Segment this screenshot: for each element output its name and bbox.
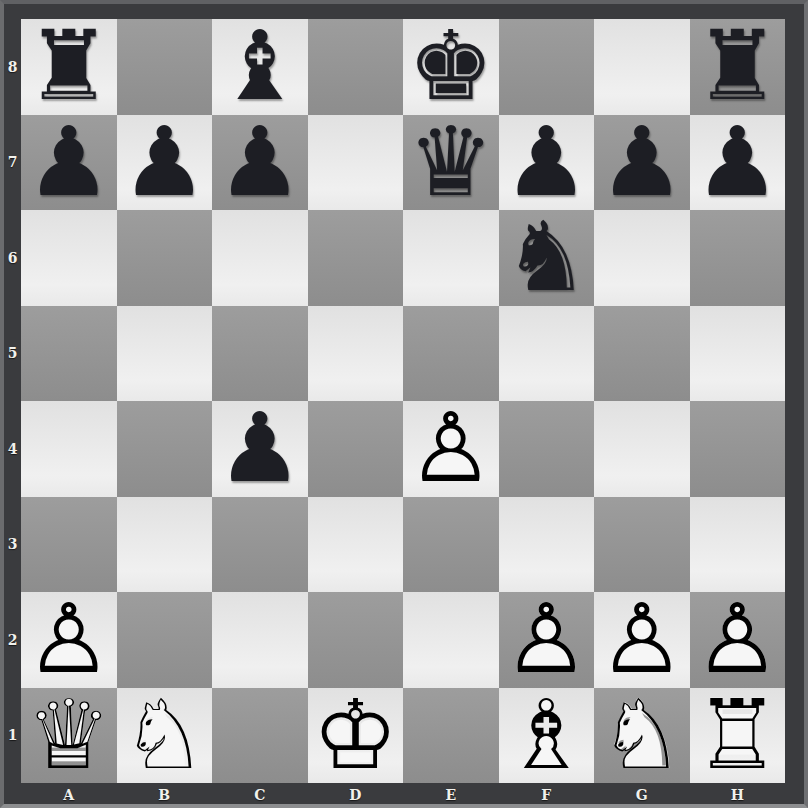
white-piece-outline: ♙ <box>499 592 595 688</box>
white-pawn[interactable]: ♟♙ <box>21 592 117 688</box>
square-a8[interactable]: ♜ <box>21 19 117 115</box>
square-a4[interactable] <box>21 401 117 497</box>
file-label-c: C <box>212 785 308 804</box>
square-b8[interactable] <box>117 19 213 115</box>
rank-label-6: 6 <box>4 210 21 306</box>
rank-label-8: 8 <box>4 19 21 115</box>
black-piece-glyph: ♜ <box>690 19 786 115</box>
white-rook[interactable]: ♜♖ <box>690 688 786 784</box>
square-f4[interactable] <box>499 401 595 497</box>
white-piece-outline: ♕ <box>21 688 117 784</box>
square-d8[interactable] <box>308 19 404 115</box>
square-e2[interactable] <box>403 592 499 688</box>
black-pawn[interactable]: ♟ <box>117 115 213 211</box>
black-rook[interactable]: ♜ <box>690 19 786 115</box>
square-d4[interactable] <box>308 401 404 497</box>
square-a2[interactable]: ♟♙ <box>21 592 117 688</box>
black-pawn[interactable]: ♟ <box>21 115 117 211</box>
square-e3[interactable] <box>403 497 499 593</box>
square-h5[interactable] <box>690 306 786 402</box>
white-queen[interactable]: ♛♕ <box>21 688 117 784</box>
square-a3[interactable] <box>21 497 117 593</box>
white-pawn[interactable]: ♟♙ <box>690 592 786 688</box>
white-king[interactable]: ♚♔ <box>308 688 404 784</box>
square-f8[interactable] <box>499 19 595 115</box>
rank-label-1: 1 <box>4 688 21 784</box>
file-label-e: E <box>403 785 499 804</box>
square-g6[interactable] <box>594 210 690 306</box>
white-pawn[interactable]: ♟♙ <box>594 592 690 688</box>
square-h8[interactable]: ♜ <box>690 19 786 115</box>
square-d5[interactable] <box>308 306 404 402</box>
rank-labels: 87654321 <box>4 19 21 783</box>
square-e5[interactable] <box>403 306 499 402</box>
square-b4[interactable] <box>117 401 213 497</box>
square-d2[interactable] <box>308 592 404 688</box>
square-h2[interactable]: ♟♙ <box>690 592 786 688</box>
white-piece-outline: ♘ <box>117 688 213 784</box>
square-g3[interactable] <box>594 497 690 593</box>
file-label-h: H <box>690 785 786 804</box>
white-piece-outline: ♘ <box>594 688 690 784</box>
black-king[interactable]: ♚ <box>403 19 499 115</box>
white-piece-outline: ♙ <box>21 592 117 688</box>
black-piece-glyph: ♝ <box>212 19 308 115</box>
chess-board-frame: 87654321 ♜♝♚♜♟♟♟♛♟♟♟♞♟♟♙♟♙♟♙♟♙♟♙♛♕♞♘♚♔♝♗… <box>0 0 808 808</box>
black-piece-glyph: ♟ <box>21 115 117 211</box>
square-b1[interactable]: ♞♘ <box>117 688 213 784</box>
black-pawn[interactable]: ♟ <box>499 115 595 211</box>
black-piece-glyph: ♟ <box>499 115 595 211</box>
square-b3[interactable] <box>117 497 213 593</box>
file-label-d: D <box>308 785 404 804</box>
file-label-a: A <box>21 785 117 804</box>
black-piece-glyph: ♟ <box>212 115 308 211</box>
square-h7[interactable]: ♟ <box>690 115 786 211</box>
white-pawn[interactable]: ♟♙ <box>403 401 499 497</box>
square-d6[interactable] <box>308 210 404 306</box>
black-knight[interactable]: ♞ <box>499 210 595 306</box>
white-pawn[interactable]: ♟♙ <box>499 592 595 688</box>
black-piece-glyph: ♟ <box>594 115 690 211</box>
square-f2[interactable]: ♟♙ <box>499 592 595 688</box>
square-c2[interactable] <box>212 592 308 688</box>
square-d7[interactable] <box>308 115 404 211</box>
white-piece-outline: ♗ <box>499 688 595 784</box>
chess-board: ♜♝♚♜♟♟♟♛♟♟♟♞♟♟♙♟♙♟♙♟♙♟♙♛♕♞♘♚♔♝♗♞♘♜♖ <box>21 19 785 783</box>
black-piece-glyph: ♟ <box>117 115 213 211</box>
square-e7[interactable]: ♛ <box>403 115 499 211</box>
file-label-g: G <box>594 785 690 804</box>
rank-label-5: 5 <box>4 306 21 402</box>
square-e8[interactable]: ♚ <box>403 19 499 115</box>
square-f1[interactable]: ♝♗ <box>499 688 595 784</box>
white-knight[interactable]: ♞♘ <box>117 688 213 784</box>
black-pawn[interactable]: ♟ <box>690 115 786 211</box>
square-a5[interactable] <box>21 306 117 402</box>
rank-label-2: 2 <box>4 592 21 688</box>
square-g7[interactable]: ♟ <box>594 115 690 211</box>
square-e1[interactable] <box>403 688 499 784</box>
square-f3[interactable] <box>499 497 595 593</box>
black-piece-glyph: ♞ <box>499 210 595 306</box>
white-knight[interactable]: ♞♘ <box>594 688 690 784</box>
black-piece-glyph: ♛ <box>403 115 499 211</box>
white-piece-outline: ♙ <box>403 401 499 497</box>
square-d3[interactable] <box>308 497 404 593</box>
black-rook[interactable]: ♜ <box>21 19 117 115</box>
square-f6[interactable]: ♞ <box>499 210 595 306</box>
square-b2[interactable] <box>117 592 213 688</box>
square-g2[interactable]: ♟♙ <box>594 592 690 688</box>
square-a7[interactable]: ♟ <box>21 115 117 211</box>
square-e4[interactable]: ♟♙ <box>403 401 499 497</box>
black-pawn[interactable]: ♟ <box>212 401 308 497</box>
square-f7[interactable]: ♟ <box>499 115 595 211</box>
square-c6[interactable] <box>212 210 308 306</box>
rank-label-4: 4 <box>4 401 21 497</box>
black-piece-glyph: ♟ <box>690 115 786 211</box>
square-a1[interactable]: ♛♕ <box>21 688 117 784</box>
square-h4[interactable] <box>690 401 786 497</box>
square-c8[interactable]: ♝ <box>212 19 308 115</box>
white-piece-outline: ♔ <box>308 688 404 784</box>
square-g4[interactable] <box>594 401 690 497</box>
rank-label-3: 3 <box>4 497 21 593</box>
square-c1[interactable] <box>212 688 308 784</box>
file-label-b: B <box>117 785 213 804</box>
square-g5[interactable] <box>594 306 690 402</box>
square-d1[interactable]: ♚♔ <box>308 688 404 784</box>
file-labels: ABCDEFGH <box>21 785 785 804</box>
square-g1[interactable]: ♞♘ <box>594 688 690 784</box>
square-c3[interactable] <box>212 497 308 593</box>
file-label-f: F <box>499 785 595 804</box>
square-h1[interactable]: ♜♖ <box>690 688 786 784</box>
black-bishop[interactable]: ♝ <box>212 19 308 115</box>
square-h3[interactable] <box>690 497 786 593</box>
white-piece-outline: ♖ <box>690 688 786 784</box>
square-b5[interactable] <box>117 306 213 402</box>
black-pawn[interactable]: ♟ <box>594 115 690 211</box>
black-pawn[interactable]: ♟ <box>212 115 308 211</box>
square-h6[interactable] <box>690 210 786 306</box>
square-c5[interactable] <box>212 306 308 402</box>
black-piece-glyph: ♜ <box>21 19 117 115</box>
black-piece-glyph: ♟ <box>212 401 308 497</box>
black-piece-glyph: ♚ <box>403 19 499 115</box>
rank-label-7: 7 <box>4 115 21 211</box>
square-c4[interactable]: ♟ <box>212 401 308 497</box>
square-b7[interactable]: ♟ <box>117 115 213 211</box>
white-piece-outline: ♙ <box>690 592 786 688</box>
square-f5[interactable] <box>499 306 595 402</box>
square-c7[interactable]: ♟ <box>212 115 308 211</box>
white-piece-outline: ♙ <box>594 592 690 688</box>
white-bishop[interactable]: ♝♗ <box>499 688 595 784</box>
black-queen[interactable]: ♛ <box>403 115 499 211</box>
square-a6[interactable] <box>21 210 117 306</box>
square-g8[interactable] <box>594 19 690 115</box>
square-e6[interactable] <box>403 210 499 306</box>
square-b6[interactable] <box>117 210 213 306</box>
